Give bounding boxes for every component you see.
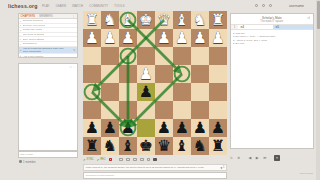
- footer-link[interactable]: About lichess: [299, 172, 313, 175]
- square-d1[interactable]: ♛: [155, 11, 173, 29]
- like-count: 1: [223, 166, 224, 169]
- square-g4[interactable]: [101, 65, 119, 83]
- square-h5[interactable]: [83, 83, 101, 101]
- black-rook: ♜: [209, 137, 227, 155]
- square-b6[interactable]: [191, 101, 209, 119]
- square-f2[interactable]: ♟: [119, 29, 137, 47]
- square-b2[interactable]: ♟: [191, 29, 209, 47]
- square-e5[interactable]: ♟: [137, 83, 155, 101]
- square-g7[interactable]: ♟: [101, 119, 119, 137]
- black-knight: ♞: [101, 137, 119, 155]
- square-f8[interactable]: ♝: [119, 137, 137, 155]
- move-black-selected[interactable]: e5: [273, 25, 313, 29]
- white-bishop: ♝: [173, 11, 191, 29]
- tab-members[interactable]: MEMBERS: [37, 15, 55, 18]
- black-bishop: ♝: [119, 137, 137, 155]
- white-knight: ♞: [191, 11, 209, 29]
- square-d3[interactable]: [155, 47, 173, 65]
- lichess-logo[interactable]: lichess.org: [8, 3, 38, 9]
- square-a6[interactable]: [209, 101, 227, 119]
- square-g5[interactable]: [101, 83, 119, 101]
- square-a8[interactable]: ♜: [209, 137, 227, 155]
- square-e2[interactable]: [137, 29, 155, 47]
- white-knight: ♞: [101, 11, 119, 29]
- playback-controls: ↻ ⚙ ◀ ▶ ≫ ≡: [230, 153, 314, 163]
- square-d7[interactable]: ♟: [155, 119, 173, 137]
- scrollbar-thumb[interactable]: [317, 1, 320, 29]
- square-f4[interactable]: [119, 65, 137, 83]
- username-menu[interactable]: username: [289, 4, 304, 8]
- square-b3[interactable]: [191, 47, 209, 65]
- square-a3[interactable]: [209, 47, 227, 65]
- study-toolbar: ✔ SYNC ✔ REC: [83, 156, 227, 163]
- chat-expand-icon[interactable]: □: [73, 65, 75, 69]
- chapter-label: Develop your pieces: [23, 24, 46, 27]
- comment-input[interactable]: Comment on this position...: [83, 172, 227, 179]
- square-f5[interactable]: [119, 83, 137, 101]
- square-b5[interactable]: [191, 83, 209, 101]
- challenge-icon[interactable]: [255, 4, 258, 7]
- white-king: ♚: [137, 11, 155, 29]
- chapter-label: Control the center: [23, 28, 43, 31]
- white-pawn: ♟: [119, 29, 137, 47]
- chapter-label: Defending f7: [23, 42, 37, 45]
- square-g3[interactable]: [101, 47, 119, 65]
- square-h8[interactable]: ♜: [83, 137, 101, 155]
- board[interactable]: ♜♞♝♚♛♝♞1♜♟♟♟♟♟♟2♟3♟4♟56♟♟♟♟♟♟7♟h♜g♞f♝e♚d…: [83, 11, 227, 155]
- square-b8[interactable]: ♞: [191, 137, 209, 155]
- black-pawn: ♟: [209, 119, 227, 137]
- square-d4[interactable]: [155, 65, 173, 83]
- study-menu-icon[interactable]: [153, 158, 157, 162]
- comment-bubble-icon[interactable]: [119, 158, 123, 162]
- square-a7[interactable]: ♟: [209, 119, 227, 137]
- black-knight: ♞: [191, 137, 209, 155]
- square-c4[interactable]: [173, 65, 191, 83]
- chapter-label: Early queen attacks: [23, 38, 45, 41]
- square-g1[interactable]: ♞: [101, 11, 119, 29]
- square-f7[interactable]: ♟: [119, 119, 137, 137]
- square-b7[interactable]: ♟: [191, 119, 209, 137]
- black-pawn: ♟: [173, 119, 191, 137]
- rec-label: REC: [100, 158, 105, 161]
- last-move-button[interactable]: ≫: [263, 156, 267, 160]
- panel-menu-icon[interactable]: ↺: [307, 16, 310, 20]
- study-chapters-panel: CHAPTERS MEMBERS ⋮ 1 Opening principles …: [18, 13, 78, 58]
- black-pawn: ♟: [155, 119, 173, 137]
- like-widget[interactable]: ♥ 1: [221, 166, 226, 170]
- white-queen: ♛: [155, 11, 173, 29]
- comment-text: White aims at f7, the weakest square: th…: [84, 166, 221, 169]
- next-move-button[interactable]: ▶: [256, 156, 259, 160]
- square-c3[interactable]: [173, 47, 191, 65]
- move-number: 1: [231, 25, 238, 29]
- engine-flame-icon[interactable]: [109, 158, 113, 162]
- white-pawn: ♟: [173, 29, 191, 47]
- square-h2[interactable]: ♟: [83, 29, 101, 47]
- chat-room: ✎ □: [18, 63, 78, 151]
- sync-label: SYNC: [86, 158, 93, 161]
- square-g2[interactable]: ♟: [101, 29, 119, 47]
- white-pawn: ♟: [155, 29, 173, 47]
- square-f1[interactable]: ♝: [119, 11, 137, 29]
- square-c6[interactable]: [173, 101, 191, 119]
- square-h4[interactable]: [83, 65, 101, 83]
- square-d8[interactable]: ♛: [155, 137, 173, 155]
- square-c7[interactable]: ♟: [173, 119, 191, 137]
- variation-line[interactable]: 2. Bc4 Nc6: [233, 42, 311, 46]
- member-icon: [19, 160, 22, 163]
- white-bishop: ♝: [119, 11, 137, 29]
- chat-tools: ✎ □: [69, 65, 75, 69]
- prev-move-button[interactable]: ◀: [249, 156, 252, 160]
- black-pawn: ♟: [101, 119, 119, 137]
- white-rook: ♜: [83, 11, 101, 29]
- chat-settings-icon[interactable]: ✎: [69, 65, 72, 69]
- white-pawn: ♟: [137, 65, 155, 83]
- nav-link-tools[interactable]: TOOLS: [114, 4, 124, 8]
- square-f3[interactable]: [119, 47, 137, 65]
- comment-input-placeholder: Comment on this position...: [84, 174, 116, 177]
- square-b1[interactable]: ♞: [191, 11, 209, 29]
- black-rook: ♜: [83, 137, 101, 155]
- white-rook: ♜: [209, 11, 227, 29]
- add-chapter-button[interactable]: + Add a new chapter: [19, 54, 77, 58]
- black-bishop: ♝: [173, 137, 191, 155]
- square-a1[interactable]: ♜: [209, 11, 227, 29]
- square-e7[interactable]: [137, 119, 155, 137]
- square-g8[interactable]: ♞: [101, 137, 119, 155]
- square-c2[interactable]: ♟: [173, 29, 191, 47]
- check-icon: ✔: [97, 158, 100, 162]
- rec-toggle[interactable]: ✔ REC: [97, 158, 106, 162]
- square-c1[interactable]: ♝: [173, 11, 191, 29]
- nav-link-play[interactable]: PLAY: [42, 4, 50, 8]
- white-pawn: ♟: [209, 29, 227, 47]
- page-scrollbar[interactable]: [316, 0, 320, 180]
- square-d5[interactable]: [155, 83, 173, 101]
- white-pawn: ♟: [101, 29, 119, 47]
- top-navbar: lichess.org PLAY LEARN WATCH COMMUNITY T…: [0, 0, 320, 11]
- tabs-menu-icon[interactable]: ⋮: [72, 14, 75, 18]
- chapter-label: How to punish the Scholar's mate (four m…: [23, 47, 73, 53]
- cycle-icon[interactable]: ↻: [230, 156, 233, 160]
- chat-input[interactable]: Talk in chat...: [18, 151, 78, 158]
- white-pawn: ♟: [83, 29, 101, 47]
- chat-input-placeholder: Talk in chat...: [19, 153, 35, 156]
- variation-lines: 2. Qh5 Nc6 3. Bc4 Nf6?? 4. Qxf7# — Schol…: [231, 30, 313, 47]
- square-a4[interactable]: [209, 65, 227, 83]
- members-row: 1 member: [19, 160, 36, 164]
- square-e3[interactable]: [137, 47, 155, 65]
- add-chapter-label: Add a new chapter: [23, 55, 44, 58]
- draw-shapes-icon[interactable]: [133, 158, 137, 162]
- search-icon[interactable]: [269, 4, 272, 7]
- square-f6[interactable]: [119, 101, 137, 119]
- square-g6[interactable]: [101, 101, 119, 119]
- members-count: 1 member: [23, 160, 36, 164]
- move-white[interactable]: e4: [238, 25, 273, 29]
- edit-chapter-icon[interactable]: ✎: [73, 48, 76, 52]
- black-pawn: ♟: [137, 83, 155, 101]
- sync-toggle[interactable]: ✔ SYNC: [83, 158, 94, 162]
- black-pawn: ♟: [119, 119, 137, 137]
- black-pawn: ♟: [191, 119, 209, 137]
- gear-icon[interactable]: ⚙: [237, 156, 240, 160]
- square-e1[interactable]: ♚: [137, 11, 155, 29]
- square-e8[interactable]: ♚: [137, 137, 155, 155]
- nav-link-learn[interactable]: LEARN: [56, 4, 66, 8]
- square-b4[interactable]: [191, 65, 209, 83]
- square-c5[interactable]: [173, 83, 191, 101]
- black-king: ♚: [137, 137, 155, 155]
- square-h3[interactable]: [83, 47, 101, 65]
- black-queen: ♛: [155, 137, 173, 155]
- square-e6[interactable]: [137, 101, 155, 119]
- pgn-icon[interactable]: [140, 158, 144, 162]
- notification-icon[interactable]: [262, 4, 265, 7]
- position-comment: White aims at f7, the weakest square: th…: [83, 164, 227, 171]
- fork-icon[interactable]: [147, 158, 151, 162]
- nav-link-watch[interactable]: WATCH: [72, 4, 83, 8]
- chapter-row-selected[interactable]: 7 How to punish the Scholar's mate (four…: [19, 47, 77, 55]
- chapter-label: The weak f7 square: [23, 33, 45, 36]
- white-pawn: ♟: [191, 29, 209, 47]
- chapter-label: Opening principles: [23, 19, 44, 22]
- square-h6[interactable]: [83, 101, 101, 119]
- glyph-annotation-icon[interactable]: [126, 158, 130, 162]
- square-d6[interactable]: [155, 101, 173, 119]
- square-d2[interactable]: ♟: [155, 29, 173, 47]
- tab-chapters[interactable]: CHAPTERS: [19, 15, 38, 18]
- nav-link-community[interactable]: COMMUNITY: [89, 4, 108, 8]
- nav-links: PLAY LEARN WATCH COMMUNITY TOOLS: [42, 4, 125, 8]
- square-a2[interactable]: ♟: [209, 29, 227, 47]
- square-a5[interactable]: [209, 83, 227, 101]
- check-icon: ✔: [83, 158, 86, 162]
- square-h1[interactable]: ♜: [83, 11, 101, 29]
- move-list-panel: Scholar's Mate The weak f7 square ↺ 1 e4…: [230, 13, 314, 149]
- nav-icons: [255, 4, 272, 7]
- square-e4[interactable]: ♟: [137, 65, 155, 83]
- square-h7[interactable]: ♟: [83, 119, 101, 137]
- hamburger-menu-icon[interactable]: ≡: [274, 155, 280, 161]
- square-c8[interactable]: ♝: [173, 137, 191, 155]
- black-pawn: ♟: [83, 119, 101, 137]
